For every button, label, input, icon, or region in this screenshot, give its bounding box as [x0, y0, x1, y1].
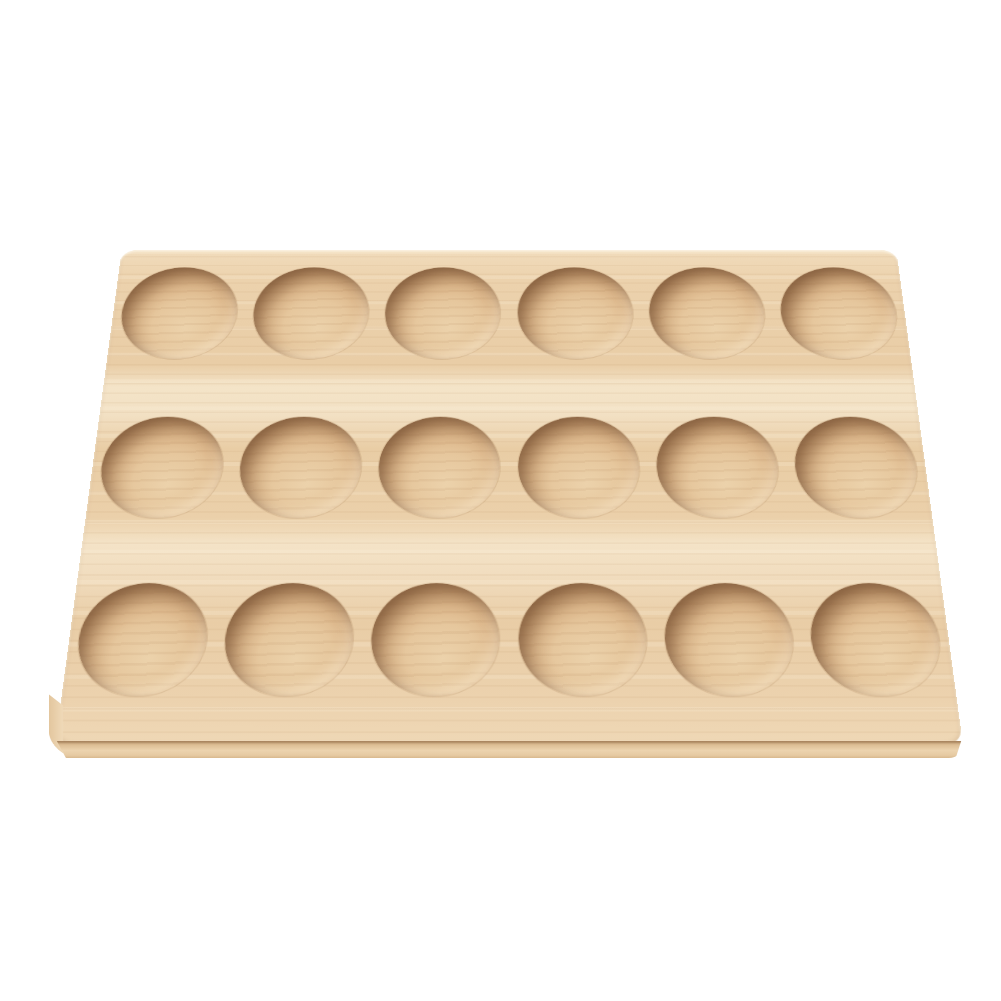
- cell-r3c6: [795, 562, 963, 745]
- board-front-edge: [55, 741, 963, 758]
- cell-r1c6: [767, 250, 916, 398]
- pit-r2c6[interactable]: [791, 417, 924, 519]
- pit-r1c1[interactable]: [116, 267, 241, 359]
- pit-r2c1[interactable]: [94, 417, 227, 519]
- cell-r2c1: [80, 398, 238, 562]
- cell-r3c3: [358, 562, 509, 745]
- cell-r2c6: [780, 398, 938, 562]
- cell-r2c5: [645, 398, 795, 562]
- pit-r3c3[interactable]: [369, 583, 499, 696]
- pit-r3c5[interactable]: [662, 583, 798, 696]
- pit-r1c4[interactable]: [517, 267, 634, 359]
- pit-r2c5[interactable]: [654, 417, 782, 519]
- photo-canvas: [0, 0, 1001, 1001]
- pit-r3c1[interactable]: [71, 583, 212, 696]
- pit-r3c6[interactable]: [806, 583, 947, 696]
- pit-r2c3[interactable]: [377, 417, 500, 519]
- pit-r3c4[interactable]: [518, 583, 648, 696]
- pit-r1c3[interactable]: [384, 267, 501, 359]
- pit-r2c2[interactable]: [236, 417, 364, 519]
- cell-r3c4: [509, 562, 660, 745]
- cell-r2c4: [509, 398, 652, 562]
- cell-r3c5: [652, 562, 812, 745]
- cell-r2c2: [223, 398, 373, 562]
- cell-r3c1: [55, 562, 223, 745]
- pit-r2c4[interactable]: [518, 417, 641, 519]
- cell-r1c5: [638, 250, 780, 398]
- cell-r1c3: [373, 250, 509, 398]
- pit-r1c6[interactable]: [777, 267, 902, 359]
- pit-grid: [55, 250, 963, 745]
- cell-r1c4: [509, 250, 645, 398]
- cell-r1c2: [237, 250, 379, 398]
- mancala-board: [55, 110, 963, 745]
- pit-r3c2[interactable]: [220, 583, 356, 696]
- pit-r1c2[interactable]: [250, 267, 371, 359]
- board-top-surface: [55, 250, 963, 745]
- cell-r3c2: [206, 562, 366, 745]
- pit-r1c5[interactable]: [647, 267, 768, 359]
- cell-r1c1: [102, 250, 251, 398]
- cell-r2c3: [366, 398, 509, 562]
